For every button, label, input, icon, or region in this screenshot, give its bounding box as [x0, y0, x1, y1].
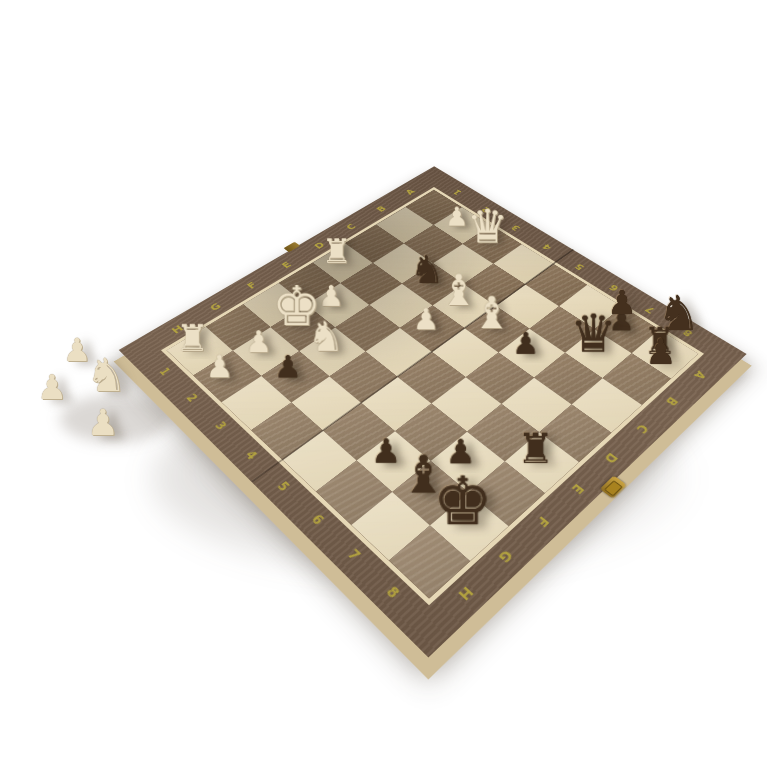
- rook-glyph: ♜: [176, 319, 209, 356]
- board-frame: ♜♜♚♟♛♟♝♟♟♝♝♟♛♞♞♟♟♟♚♟♟♜♜ 11AA22BB33CC44DD…: [119, 166, 747, 657]
- rank-label-far-5: 5: [567, 258, 593, 275]
- chess-board: ♜♜♚♟♛♟♝♟♟♝♝♟♛♞♞♟♟♟♚♟♟♜♜ 11AA22BB33CC44DD…: [119, 166, 747, 657]
- file-label-near-A: A: [685, 364, 714, 386]
- brass-hinge-icon: [283, 242, 300, 253]
- file-label-near-E: E: [561, 475, 593, 502]
- pawn-glyph: ♟: [87, 405, 119, 441]
- file-label-near-H: H: [448, 577, 483, 610]
- file-label-near-C: C: [627, 417, 658, 441]
- file-label-near-G: G: [488, 541, 522, 572]
- file-label-far-E: E: [274, 257, 300, 274]
- pawn-glyph: ♟: [607, 286, 637, 319]
- rank-label-far-4: 4: [534, 239, 559, 255]
- pawn-glyph: ♟: [413, 304, 439, 333]
- rank-label-near-5: 5: [267, 473, 299, 500]
- file-label-near-B: B: [657, 390, 687, 413]
- rank-label-near-7: 7: [337, 540, 371, 571]
- pawn-glyph: ♟: [645, 335, 676, 370]
- king-glyph: ♚: [433, 468, 493, 535]
- file-label-far-B: B: [369, 202, 393, 217]
- pawn-glyph: ♟: [319, 282, 345, 311]
- rank-label-near-4: 4: [236, 443, 267, 469]
- bishop-glyph: ♝: [472, 290, 512, 334]
- rook-glyph: ♜: [322, 234, 352, 268]
- rank-label-near-6: 6: [301, 505, 334, 534]
- pawn-glyph: ♟: [206, 351, 234, 382]
- rook-glyph: ♜: [517, 428, 554, 470]
- file-label-far-F: F: [239, 277, 265, 295]
- file-label-near-D: D: [595, 445, 626, 471]
- pawn-glyph: ♟: [245, 327, 272, 357]
- knight-glyph: ♞: [307, 316, 344, 357]
- pawn-glyph: ♟: [371, 434, 401, 468]
- rank-label-near-1: 1: [150, 361, 179, 383]
- rank-label-near-3: 3: [206, 414, 236, 438]
- square-f4[interactable]: [329, 352, 397, 404]
- rank-label-near-8: 8: [375, 576, 410, 609]
- pawn-glyph: ♟: [445, 204, 468, 230]
- rank-label-far-1: 1: [446, 185, 470, 199]
- rank-label-near-2: 2: [177, 387, 207, 410]
- pawn-glyph: ♟: [512, 328, 539, 358]
- pawn-glyph: ♟: [37, 370, 67, 404]
- knight-glyph: ♞: [85, 352, 126, 398]
- playing-surface: ♜♜♚♟♛♟♝♟♟♝♝♟♛♞♞♟♟♟♚♟♟♜♜: [167, 190, 699, 599]
- file-label-far-A: A: [399, 185, 422, 199]
- file-label-near-F: F: [526, 507, 559, 536]
- pawn-glyph: ♟: [274, 351, 302, 382]
- knight-glyph: ♞: [657, 289, 700, 337]
